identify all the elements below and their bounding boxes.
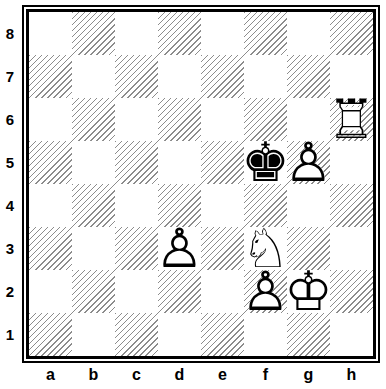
square-b3 (72, 227, 115, 270)
square-b4 (72, 184, 115, 227)
square-f7 (244, 55, 287, 98)
board-frame: ♜♖♚♟♙♟♙♞♘♟♙♚♔ (22, 5, 380, 363)
square-c1 (115, 313, 158, 356)
chess-board: ♜♖♚♟♙♟♙♞♘♟♙♚♔ (26, 9, 376, 359)
square-h6: ♜♖ (330, 98, 373, 141)
file-label-f: f (244, 363, 287, 387)
square-h3 (330, 227, 373, 270)
square-e2 (201, 270, 244, 313)
white-pawn-icon: ♙ (155, 227, 203, 270)
square-d6 (158, 98, 201, 141)
square-g8 (287, 12, 330, 55)
file-label-c: c (115, 363, 158, 387)
square-c5 (115, 141, 158, 184)
white-pawn-f2: ♟♙ (244, 270, 287, 313)
square-d3: ♟♙ (158, 227, 201, 270)
square-h2 (330, 270, 373, 313)
square-e8 (201, 12, 244, 55)
white-rook-h6: ♜♖ (330, 98, 373, 141)
square-e1 (201, 313, 244, 356)
square-a4 (29, 184, 72, 227)
square-h4 (330, 184, 373, 227)
square-h5 (330, 141, 373, 184)
file-label-d: d (158, 363, 201, 387)
square-a7 (29, 55, 72, 98)
file-label-e: e (201, 363, 244, 387)
white-pawn-icon: ♙ (241, 270, 289, 313)
rank-label-8: 8 (0, 12, 20, 55)
rank-label-7: 7 (0, 55, 20, 98)
square-a2 (29, 270, 72, 313)
square-d5 (158, 141, 201, 184)
square-e6 (201, 98, 244, 141)
square-a3 (29, 227, 72, 270)
square-e7 (201, 55, 244, 98)
square-h8 (330, 12, 373, 55)
square-b6 (72, 98, 115, 141)
square-h1 (330, 313, 373, 356)
white-king-icon: ♔ (284, 270, 332, 313)
black-king-f5: ♚ (244, 141, 287, 184)
rank-label-1: 1 (0, 313, 20, 356)
square-g5: ♟♙ (287, 141, 330, 184)
square-f1 (244, 313, 287, 356)
black-king-icon: ♚ (241, 141, 289, 184)
square-g2: ♚♔ (287, 270, 330, 313)
square-c2 (115, 270, 158, 313)
rank-label-5: 5 (0, 141, 20, 184)
file-label-b: b (72, 363, 115, 387)
chess-diagram: 8 7 6 5 4 3 2 1 ♜♖♚♟♙♟♙♞♘♟♙♚♔ a b c d e … (0, 0, 386, 389)
rank-label-6: 6 (0, 98, 20, 141)
rank-label-4: 4 (0, 184, 20, 227)
square-d8 (158, 12, 201, 55)
square-d2 (158, 270, 201, 313)
rank-labels: 8 7 6 5 4 3 2 1 (0, 12, 20, 356)
square-b2 (72, 270, 115, 313)
square-b1 (72, 313, 115, 356)
square-f5: ♚ (244, 141, 287, 184)
square-b8 (72, 12, 115, 55)
square-g4 (287, 184, 330, 227)
file-label-h: h (330, 363, 373, 387)
white-pawn-icon: ♙ (284, 141, 332, 184)
square-c3 (115, 227, 158, 270)
rank-label-2: 2 (0, 270, 20, 313)
square-c7 (115, 55, 158, 98)
square-a8 (29, 12, 72, 55)
square-c8 (115, 12, 158, 55)
square-e5 (201, 141, 244, 184)
square-a1 (29, 313, 72, 356)
file-label-a: a (29, 363, 72, 387)
white-king-g2: ♚♔ (287, 270, 330, 313)
square-e3 (201, 227, 244, 270)
square-g1 (287, 313, 330, 356)
rank-label-3: 3 (0, 227, 20, 270)
square-e4 (201, 184, 244, 227)
white-pawn-d3: ♟♙ (158, 227, 201, 270)
square-b7 (72, 55, 115, 98)
square-a6 (29, 98, 72, 141)
square-f2: ♟♙ (244, 270, 287, 313)
square-c6 (115, 98, 158, 141)
white-pawn-g5: ♟♙ (287, 141, 330, 184)
square-d1 (158, 313, 201, 356)
square-g7 (287, 55, 330, 98)
square-f8 (244, 12, 287, 55)
white-rook-icon: ♖ (327, 98, 375, 141)
square-d7 (158, 55, 201, 98)
square-c4 (115, 184, 158, 227)
square-a5 (29, 141, 72, 184)
square-b5 (72, 141, 115, 184)
file-label-g: g (287, 363, 330, 387)
file-labels: a b c d e f g h (29, 363, 373, 387)
